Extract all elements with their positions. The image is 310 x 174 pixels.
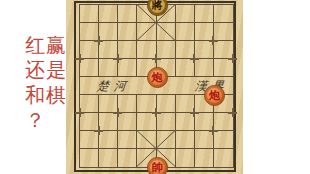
board-cell[interactable] <box>99 95 118 113</box>
board-cell[interactable] <box>214 131 233 149</box>
board-cell[interactable] <box>80 41 99 59</box>
piece-glyph: 將 <box>152 0 163 11</box>
board-cell[interactable] <box>99 131 118 149</box>
board-cell[interactable] <box>195 149 214 167</box>
board-cell[interactable] <box>195 23 214 41</box>
piece-glyph: 炮 <box>152 72 163 83</box>
board-cell[interactable] <box>157 23 176 41</box>
board-cell[interactable] <box>176 41 195 59</box>
board-cell[interactable] <box>176 149 195 167</box>
xiangqi-board[interactable]: 楚河 漢界 將炮炮帥 <box>66 0 243 174</box>
board-cell[interactable] <box>80 131 99 149</box>
board-cell[interactable] <box>137 131 156 149</box>
board-cell[interactable] <box>137 95 156 113</box>
board-cell[interactable] <box>137 41 156 59</box>
board-cell[interactable] <box>99 23 118 41</box>
board-cell[interactable] <box>195 113 214 131</box>
board-cell[interactable] <box>195 5 214 23</box>
board-cell[interactable] <box>195 131 214 149</box>
board-cell[interactable] <box>176 59 195 77</box>
board-cell[interactable] <box>176 23 195 41</box>
board-cell[interactable] <box>118 113 137 131</box>
board-cell[interactable] <box>176 5 195 23</box>
board-cell[interactable] <box>118 23 137 41</box>
board-cell[interactable] <box>80 95 99 113</box>
board-cell[interactable] <box>80 149 99 167</box>
board-cell[interactable] <box>118 95 137 113</box>
board-cell[interactable] <box>99 149 118 167</box>
river-label-chu-he: 楚河 <box>96 77 132 95</box>
board-cell[interactable] <box>176 77 195 95</box>
board-cell[interactable] <box>118 59 137 77</box>
board-cell[interactable] <box>157 131 176 149</box>
board-cell[interactable] <box>214 41 233 59</box>
piece-red-cannon-right[interactable]: 炮 <box>204 85 225 106</box>
board-cell[interactable] <box>214 149 233 167</box>
board-cell[interactable] <box>80 23 99 41</box>
piece-red-cannon-center[interactable]: 炮 <box>147 67 168 88</box>
board-cell[interactable] <box>80 5 99 23</box>
board-cell[interactable] <box>99 41 118 59</box>
board-cell[interactable] <box>137 113 156 131</box>
board-cell[interactable] <box>99 5 118 23</box>
board-cell[interactable] <box>80 59 99 77</box>
board-cell[interactable] <box>176 131 195 149</box>
board-cell[interactable] <box>118 131 137 149</box>
board-cell[interactable] <box>195 41 214 59</box>
board-cell[interactable] <box>157 95 176 113</box>
piece-glyph: 炮 <box>209 90 220 101</box>
board-cell[interactable] <box>99 113 118 131</box>
board-cell[interactable] <box>157 113 176 131</box>
board-cell[interactable] <box>118 149 137 167</box>
board-cell[interactable] <box>118 5 137 23</box>
board-cell[interactable] <box>157 41 176 59</box>
screenshot-root: 红赢 还是 和棋 ？ 楚河 漢界 將炮炮帥 <box>0 0 310 174</box>
board-cell[interactable] <box>137 23 156 41</box>
board-cell[interactable] <box>214 59 233 77</box>
board-cell[interactable] <box>195 59 214 77</box>
piece-red-general[interactable]: 帥 <box>147 157 168 174</box>
board-cell[interactable] <box>176 95 195 113</box>
board-cell[interactable] <box>214 113 233 131</box>
board-cell[interactable] <box>214 23 233 41</box>
board-cell[interactable] <box>118 41 137 59</box>
board-cell[interactable] <box>99 59 118 77</box>
board-cell[interactable] <box>176 113 195 131</box>
piece-glyph: 帥 <box>152 162 163 173</box>
board-cell[interactable] <box>214 5 233 23</box>
board-cell[interactable] <box>80 113 99 131</box>
